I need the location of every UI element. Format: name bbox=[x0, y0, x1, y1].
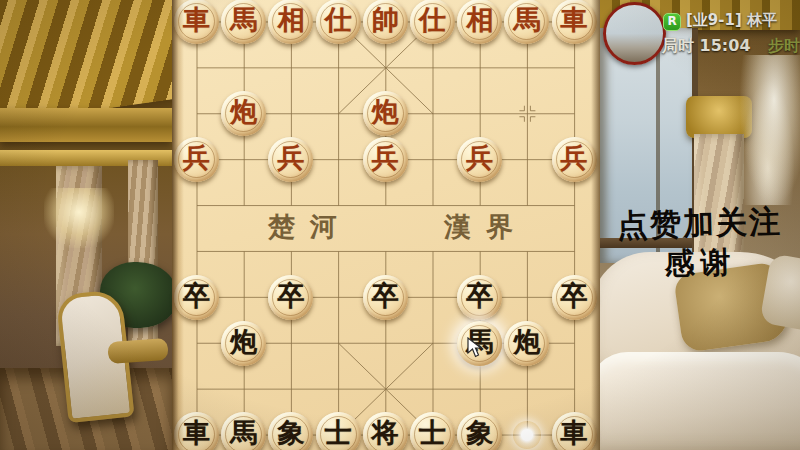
piece-red-advisor[interactable]: 仕 bbox=[410, 0, 455, 44]
piece-glyph: 車 bbox=[561, 411, 588, 450]
piece-red-cannon[interactable]: 炮 bbox=[363, 91, 408, 136]
game-clock-label: 局时 bbox=[662, 36, 694, 55]
piece-black-soldier[interactable]: 卒 bbox=[457, 275, 502, 320]
piece-red-chariot[interactable]: 車 bbox=[174, 0, 219, 44]
piece-black-horse[interactable]: 馬 bbox=[221, 412, 266, 450]
rank-badge-icon: R bbox=[663, 13, 681, 31]
piece-glyph: 象 bbox=[466, 411, 493, 450]
piece-glyph: 兵 bbox=[277, 136, 304, 181]
piece-black-elephant[interactable]: 象 bbox=[457, 412, 502, 450]
piece-glyph: 炮 bbox=[230, 90, 257, 135]
piece-red-soldier[interactable]: 兵 bbox=[552, 137, 597, 182]
piece-red-elephant[interactable]: 相 bbox=[457, 0, 502, 44]
piece-glyph: 馬 bbox=[513, 0, 540, 43]
piece-red-soldier[interactable]: 兵 bbox=[457, 137, 502, 182]
streamer-avatar[interactable] bbox=[603, 2, 666, 65]
piece-glyph: 象 bbox=[277, 411, 304, 450]
piece-glyph: 将 bbox=[372, 411, 399, 450]
left-room-photo bbox=[0, 0, 172, 450]
piece-glyph: 相 bbox=[277, 0, 304, 43]
piece-glyph: 馬 bbox=[230, 411, 257, 450]
piece-red-horse[interactable]: 馬 bbox=[504, 0, 549, 44]
player-rank: [业9-1] bbox=[686, 11, 742, 29]
piece-black-soldier[interactable]: 卒 bbox=[363, 275, 408, 320]
piece-glyph: 兵 bbox=[183, 136, 210, 181]
player-nickname: 林平 bbox=[747, 11, 777, 29]
piece-red-soldier[interactable]: 兵 bbox=[363, 137, 408, 182]
piece-black-chariot[interactable]: 車 bbox=[174, 412, 219, 450]
piece-red-chariot[interactable]: 車 bbox=[552, 0, 597, 44]
piece-black-soldier[interactable]: 卒 bbox=[268, 275, 313, 320]
piece-glyph: 仕 bbox=[419, 0, 446, 43]
piece-red-horse[interactable]: 馬 bbox=[221, 0, 266, 44]
piece-glyph: 兵 bbox=[561, 136, 588, 181]
piece-black-advisor[interactable]: 士 bbox=[410, 412, 455, 450]
piece-glyph: 卒 bbox=[561, 274, 588, 319]
player-info-panel: R [业9-1] 林平 局时 15:04 步时 bbox=[600, 0, 800, 70]
piece-glyph: 炮 bbox=[513, 320, 540, 365]
player-name: [业9-1] 林平 bbox=[686, 11, 777, 30]
marble-column-left-2 bbox=[128, 160, 158, 360]
caption-line2: 感谢 bbox=[598, 240, 800, 286]
piece-red-soldier[interactable]: 兵 bbox=[174, 137, 219, 182]
piece-red-cannon[interactable]: 炮 bbox=[221, 91, 266, 136]
chair-armrest bbox=[107, 338, 168, 364]
piece-glyph: 相 bbox=[466, 0, 493, 43]
stream-frame: 楚河 漢界 車馬相仕帥仕相馬車炮炮兵兵兵兵兵卒卒卒卒卒炮馬炮車馬象士将士象車 R… bbox=[0, 0, 800, 450]
piece-black-chariot[interactable]: 車 bbox=[552, 412, 597, 450]
piece-glyph: 車 bbox=[183, 0, 210, 43]
piece-red-soldier[interactable]: 兵 bbox=[268, 137, 313, 182]
piece-glyph: 炮 bbox=[230, 320, 257, 365]
pieces-layer: 車馬相仕帥仕相馬車炮炮兵兵兵兵兵卒卒卒卒卒炮馬炮車馬象士将士象車 bbox=[173, 0, 598, 450]
piece-red-general[interactable]: 帥 bbox=[363, 0, 408, 44]
piece-black-soldier[interactable]: 卒 bbox=[552, 275, 597, 320]
xiangqi-board[interactable]: 楚河 漢界 車馬相仕帥仕相馬車炮炮兵兵兵兵兵卒卒卒卒卒炮馬炮車馬象士将士象車 bbox=[172, 0, 600, 450]
piece-glyph: 帥 bbox=[372, 0, 399, 43]
piece-black-elephant[interactable]: 象 bbox=[268, 412, 313, 450]
move-clock-label: 步时 bbox=[768, 36, 800, 57]
follow-caption: 点赞加关注 感谢 bbox=[597, 200, 800, 286]
mouse-cursor bbox=[467, 337, 483, 358]
piece-glyph: 兵 bbox=[466, 136, 493, 181]
gold-beam bbox=[0, 108, 172, 142]
piece-glyph: 卒 bbox=[183, 274, 210, 319]
piece-black-soldier[interactable]: 卒 bbox=[174, 275, 219, 320]
sofa-seat bbox=[600, 352, 800, 450]
piece-red-advisor[interactable]: 仕 bbox=[316, 0, 361, 44]
piece-black-cannon[interactable]: 炮 bbox=[221, 321, 266, 366]
piece-glyph: 炮 bbox=[372, 90, 399, 135]
piece-glyph: 卒 bbox=[466, 274, 493, 319]
piece-glyph: 兵 bbox=[372, 136, 399, 181]
piece-black-cannon[interactable]: 炮 bbox=[504, 321, 549, 366]
piece-glyph: 卒 bbox=[372, 274, 399, 319]
piece-glyph: 卒 bbox=[277, 274, 304, 319]
crystal-chandelier bbox=[740, 55, 800, 205]
piece-glyph: 車 bbox=[183, 411, 210, 450]
piece-red-elephant[interactable]: 相 bbox=[268, 0, 313, 44]
chandelier-left bbox=[44, 188, 114, 248]
piece-glyph: 士 bbox=[419, 411, 446, 450]
piece-glyph: 士 bbox=[325, 411, 352, 450]
piece-glyph: 馬 bbox=[230, 0, 257, 43]
piece-glyph: 仕 bbox=[325, 0, 352, 43]
game-clock: 局时 15:04 bbox=[662, 36, 751, 57]
piece-black-general[interactable]: 将 bbox=[363, 412, 408, 450]
piece-glyph: 車 bbox=[561, 0, 588, 43]
piece-black-advisor[interactable]: 士 bbox=[316, 412, 361, 450]
game-clock-value: 15:04 bbox=[700, 36, 751, 55]
caption-line1: 点赞加关注 bbox=[597, 200, 800, 247]
